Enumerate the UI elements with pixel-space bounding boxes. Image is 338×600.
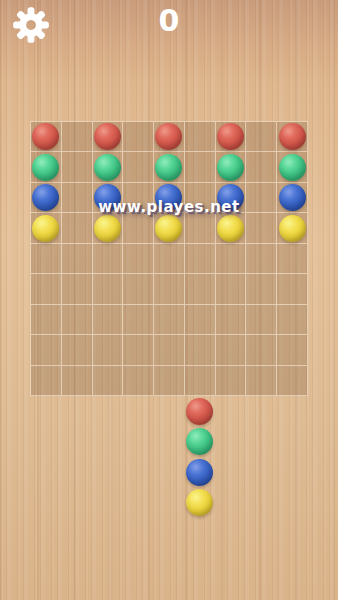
board-cell[interactable]	[185, 213, 216, 243]
board-cell[interactable]	[31, 305, 62, 335]
board-cell[interactable]	[154, 152, 185, 182]
ball-green	[94, 154, 121, 181]
board-cell[interactable]	[216, 335, 247, 365]
board-cell[interactable]	[246, 274, 277, 304]
ball-green	[279, 154, 306, 181]
board-cell[interactable]	[62, 183, 93, 213]
board-cell[interactable]	[277, 335, 308, 365]
board-cell[interactable]	[277, 244, 308, 274]
board-cell[interactable]	[123, 152, 154, 182]
ball-green	[32, 154, 59, 181]
queue-ball-yellow[interactable]	[186, 489, 213, 516]
board-cell[interactable]	[154, 122, 185, 152]
board-cell[interactable]	[185, 305, 216, 335]
board-cell[interactable]	[31, 244, 62, 274]
board-cell[interactable]	[31, 122, 62, 152]
board-cell[interactable]	[93, 366, 124, 396]
board-cell[interactable]	[216, 152, 247, 182]
ball-red	[32, 123, 59, 150]
board-cell[interactable]	[154, 335, 185, 365]
board-cell[interactable]	[62, 305, 93, 335]
board-cell[interactable]	[62, 366, 93, 396]
board-cell[interactable]	[93, 213, 124, 243]
ball-blue	[94, 184, 121, 211]
board-cell[interactable]	[246, 213, 277, 243]
board-cell[interactable]	[123, 244, 154, 274]
ball-green	[155, 154, 182, 181]
board-cell[interactable]	[62, 152, 93, 182]
board-cell[interactable]	[277, 183, 308, 213]
board-cell[interactable]	[62, 274, 93, 304]
ball-yellow	[32, 215, 59, 242]
board-cell[interactable]	[123, 213, 154, 243]
board-cell[interactable]	[246, 244, 277, 274]
board-cell[interactable]	[31, 274, 62, 304]
board-cell[interactable]	[185, 274, 216, 304]
board-cell[interactable]	[185, 183, 216, 213]
board-cell[interactable]	[93, 244, 124, 274]
ball-blue	[279, 184, 306, 211]
board-cell[interactable]	[185, 152, 216, 182]
board-cell[interactable]	[246, 305, 277, 335]
board-cell[interactable]	[154, 183, 185, 213]
board-cell[interactable]	[216, 366, 247, 396]
board-cell[interactable]	[246, 335, 277, 365]
ball-yellow	[279, 215, 306, 242]
board-cell[interactable]	[246, 366, 277, 396]
board-cell[interactable]	[62, 213, 93, 243]
ball-red	[217, 123, 244, 150]
board-cell[interactable]	[123, 183, 154, 213]
queue-ball-green[interactable]	[186, 428, 213, 455]
board-cell[interactable]	[154, 213, 185, 243]
board-cell[interactable]	[93, 122, 124, 152]
board-cell[interactable]	[62, 244, 93, 274]
board-cell[interactable]	[123, 122, 154, 152]
board-cell[interactable]	[154, 274, 185, 304]
board-cell[interactable]	[154, 305, 185, 335]
board-cell[interactable]	[31, 152, 62, 182]
board-cell[interactable]	[185, 122, 216, 152]
board-cell[interactable]	[93, 305, 124, 335]
ball-yellow	[155, 215, 182, 242]
ball-blue	[155, 184, 182, 211]
queue-ball-red[interactable]	[186, 398, 213, 425]
board-cell[interactable]	[185, 244, 216, 274]
board-cell[interactable]	[277, 152, 308, 182]
ball-green	[217, 154, 244, 181]
board-cell[interactable]	[93, 335, 124, 365]
board-cell[interactable]	[154, 366, 185, 396]
board-cell[interactable]	[154, 244, 185, 274]
board-cell[interactable]	[93, 152, 124, 182]
board-cell[interactable]	[216, 305, 247, 335]
board-cell[interactable]	[185, 366, 216, 396]
board-cell[interactable]	[93, 183, 124, 213]
board-cell[interactable]	[277, 122, 308, 152]
board-cell[interactable]	[246, 152, 277, 182]
board-cell[interactable]	[185, 335, 216, 365]
board-cell[interactable]	[277, 274, 308, 304]
board-cell[interactable]	[277, 213, 308, 243]
ball-yellow	[94, 215, 121, 242]
ball-yellow	[217, 215, 244, 242]
board-cell[interactable]	[123, 274, 154, 304]
game-board	[30, 121, 308, 396]
board-cell[interactable]	[123, 335, 154, 365]
board-cell[interactable]	[31, 213, 62, 243]
board-cell[interactable]	[277, 305, 308, 335]
board-cell[interactable]	[123, 305, 154, 335]
board-cell[interactable]	[216, 244, 247, 274]
board-cell[interactable]	[277, 366, 308, 396]
board-cell[interactable]	[216, 122, 247, 152]
queue-ball-blue[interactable]	[186, 459, 213, 486]
board-cell[interactable]	[31, 366, 62, 396]
ball-red	[94, 123, 121, 150]
ball-red	[279, 123, 306, 150]
ball-blue	[32, 184, 59, 211]
board-cell[interactable]	[31, 183, 62, 213]
ball-queue[interactable]	[186, 398, 213, 516]
board-cell[interactable]	[62, 335, 93, 365]
board-cell[interactable]	[93, 274, 124, 304]
ball-red	[155, 123, 182, 150]
board-cell[interactable]	[216, 183, 247, 213]
score-display: 0	[0, 4, 338, 38]
board-cell[interactable]	[216, 274, 247, 304]
board-cell[interactable]	[246, 183, 277, 213]
ball-blue	[217, 184, 244, 211]
game-screen: 0 www.playes.net	[0, 0, 338, 600]
board-cell[interactable]	[123, 366, 154, 396]
board-cell[interactable]	[216, 213, 247, 243]
board-cell[interactable]	[246, 122, 277, 152]
board-cell[interactable]	[62, 122, 93, 152]
board-cell[interactable]	[31, 335, 62, 365]
